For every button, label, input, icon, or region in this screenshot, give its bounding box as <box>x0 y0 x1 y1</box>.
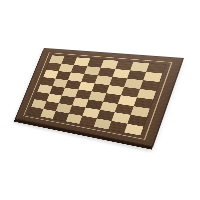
square-h1 <box>124 124 144 136</box>
chess-board <box>15 48 184 147</box>
photo-background <box>0 0 200 200</box>
playing-field <box>28 55 165 135</box>
